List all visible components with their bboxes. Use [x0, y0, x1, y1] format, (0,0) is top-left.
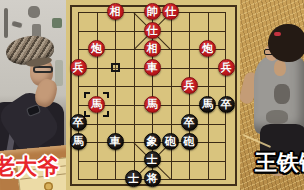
calligraphy-stroke	[12, 21, 23, 28]
xiangqi-piece-red-horse[interactable]: 馬	[144, 96, 161, 113]
left-player-caption: 老大爷	[0, 152, 59, 182]
xiangqi-board: 相帥仕仕炮相炮兵車兵兵馬馬馬卒卒卒馬車象砲砲士士将	[66, 0, 240, 190]
hairclip-icon	[274, 32, 281, 36]
xiangqi-piece-black-pawn[interactable]: 卒	[70, 114, 87, 131]
calligraphy-stroke	[28, 6, 40, 18]
right-player-caption: 王铁锤	[255, 148, 304, 178]
shirt-print	[266, 110, 288, 124]
xiangqi-piece-red-chariot[interactable]: 車	[144, 59, 161, 76]
xiangqi-piece-red-advisor[interactable]: 仕	[162, 3, 179, 20]
xiangqi-piece-red-pawn[interactable]: 兵	[218, 59, 235, 76]
xiangqi-piece-black-cannon[interactable]: 砲	[162, 133, 179, 150]
xiangqi-piece-black-advisor[interactable]: 士	[144, 151, 161, 168]
xiangqi-piece-red-king[interactable]: 帥	[144, 3, 161, 20]
xiangqi-piece-black-chariot[interactable]: 車	[107, 133, 124, 150]
video-frame: 老大爷 相帥仕仕炮相炮兵車兵兵馬馬馬卒卒卒馬車象砲砲士士将	[0, 0, 304, 190]
xiangqi-piece-black-cannon[interactable]: 砲	[181, 133, 198, 150]
xiangqi-piece-red-cannon[interactable]: 炮	[199, 40, 216, 57]
xiangqi-piece-black-horse[interactable]: 馬	[70, 133, 87, 150]
xiangqi-piece-red-advisor[interactable]: 仕	[144, 22, 161, 39]
calligraphy-stroke	[52, 18, 62, 28]
xiangqi-piece-black-king[interactable]: 将	[144, 170, 161, 187]
shirt-print	[274, 84, 290, 104]
xiangqi-piece-red-elephant[interactable]: 相	[144, 40, 161, 57]
left-player-photo: 老大爷	[0, 0, 66, 190]
calligraphy-stroke	[55, 60, 63, 86]
xiangqi-piece-black-pawn[interactable]: 卒	[218, 96, 235, 113]
glasses-icon	[33, 66, 53, 73]
right-player-photo: 王铁锤	[240, 0, 304, 190]
xiangqi-piece-red-pawn[interactable]: 兵	[181, 77, 198, 94]
xiangqi-piece-black-horse[interactable]: 馬	[199, 96, 216, 113]
xiangqi-piece-red-elephant[interactable]: 相	[107, 3, 124, 20]
move-from-marker	[111, 63, 120, 72]
xiangqi-piece-red-pawn[interactable]: 兵	[70, 59, 87, 76]
xiangqi-piece-red-horse[interactable]: 馬	[88, 96, 105, 113]
calligraphy-stroke	[4, 8, 8, 38]
table-piece	[44, 182, 53, 190]
right-player-hand	[274, 60, 286, 76]
right-player-hair	[268, 24, 304, 62]
xiangqi-piece-black-elephant[interactable]: 象	[144, 133, 161, 150]
xiangqi-piece-black-pawn[interactable]: 卒	[181, 114, 198, 131]
xiangqi-piece-red-cannon[interactable]: 炮	[88, 40, 105, 57]
xiangqi-piece-black-advisor[interactable]: 士	[125, 170, 142, 187]
